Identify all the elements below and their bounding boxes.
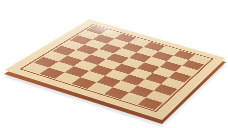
product-photo — [0, 0, 228, 128]
chessboard — [4, 19, 226, 120]
playing-field — [24, 26, 210, 111]
